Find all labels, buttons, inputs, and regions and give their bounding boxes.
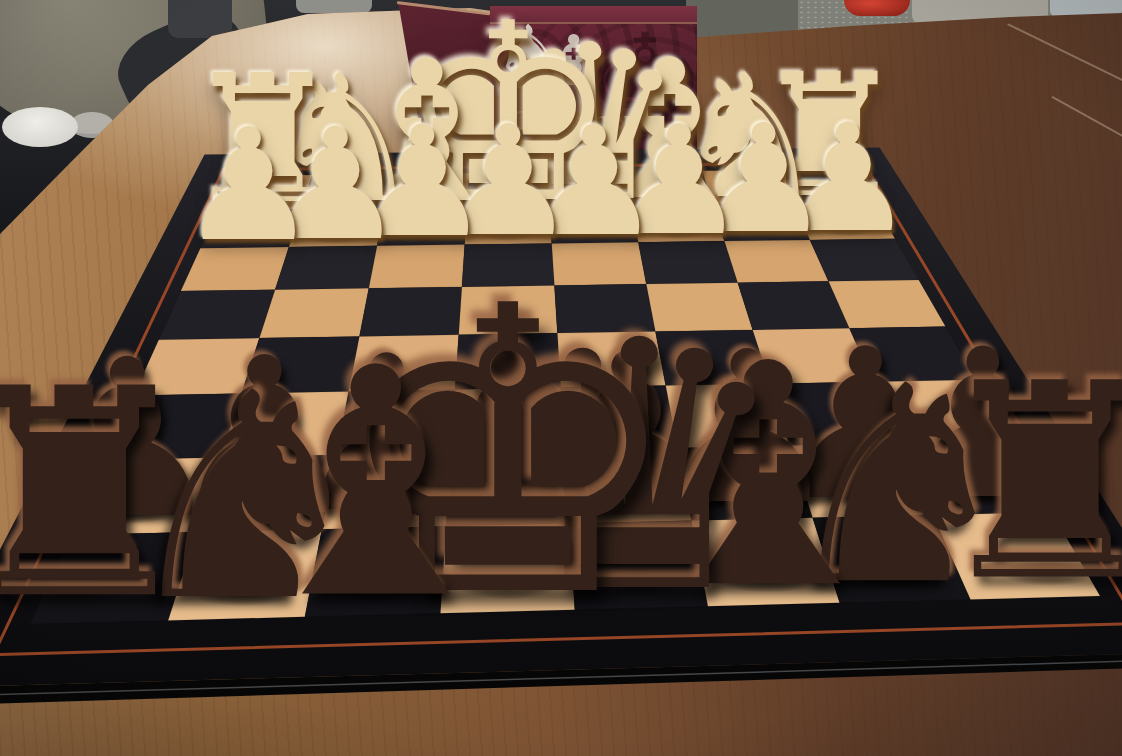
square-c6: [666, 384, 790, 448]
square-g2: [289, 208, 385, 247]
square-h1: [218, 175, 313, 210]
square-d3: [552, 242, 647, 285]
square-e6: [451, 388, 565, 453]
square-c3: [638, 241, 737, 284]
square-d1: [547, 172, 631, 206]
square-d5: [557, 332, 665, 388]
square-g5: [242, 337, 360, 394]
square-g7: [197, 455, 337, 532]
square-e8: [440, 523, 574, 613]
photo-scene: ♚ ♞ ♝ Chessmen ♔ ♜♞♝♛♚♝♞♜♟♟♟♟♟♟♟♟♟♟♟♟♟♟♟…: [0, 0, 1122, 756]
square-g4: [259, 288, 368, 338]
square-b2: [713, 203, 810, 241]
square-f5: [349, 335, 459, 392]
square-f6: [336, 390, 455, 456]
square-e4: [459, 286, 558, 335]
square-f3: [369, 245, 465, 289]
square-f2: [377, 207, 467, 246]
square-d4: [554, 284, 655, 333]
chessboard: [0, 0, 1122, 756]
square-b1: [702, 170, 794, 204]
square-e3: [462, 243, 555, 287]
square-c4: [646, 283, 752, 332]
square-g6: [221, 392, 349, 458]
square-f1: [384, 173, 469, 208]
square-d2: [549, 205, 638, 243]
square-h2: [200, 209, 301, 248]
square-e5: [455, 333, 561, 389]
square-d6: [561, 386, 678, 451]
square-f4: [359, 287, 462, 337]
square-c2: [631, 204, 724, 242]
square-g1: [301, 174, 391, 209]
square-c7: [678, 446, 813, 521]
square-g3: [275, 246, 377, 290]
square-c5: [655, 330, 770, 386]
square-f7: [322, 453, 451, 530]
square-e7: [446, 450, 569, 526]
square-f8: [305, 526, 446, 617]
square-d7: [565, 448, 692, 523]
square-d8: [569, 521, 708, 610]
square-e1: [467, 173, 549, 208]
square-c1: [625, 171, 713, 205]
square-e2: [465, 206, 552, 245]
